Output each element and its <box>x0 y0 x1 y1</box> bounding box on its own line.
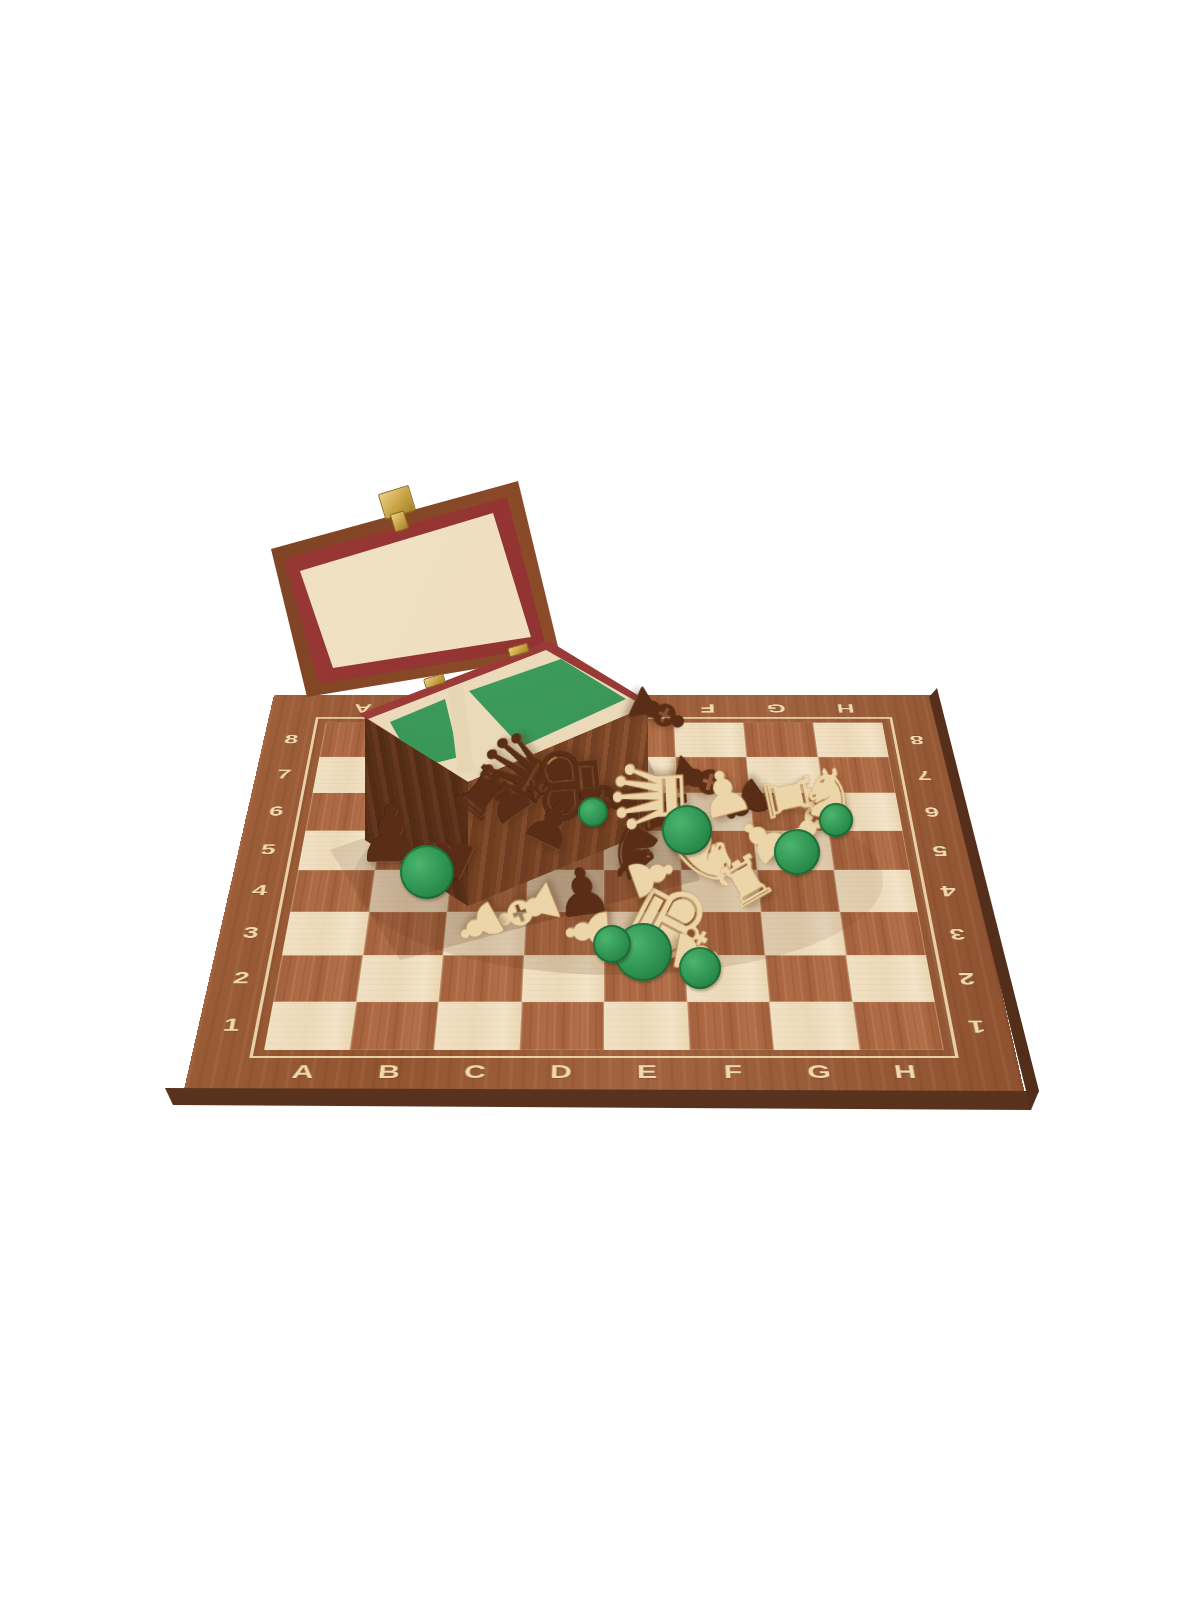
square-b3 <box>362 912 447 956</box>
rank-label: 5 <box>910 830 970 870</box>
square-a3 <box>282 912 369 956</box>
file-label: F <box>672 698 742 719</box>
square-b7 <box>385 757 461 793</box>
square-b1 <box>349 1001 439 1050</box>
square-g1 <box>769 1001 859 1050</box>
square-f4 <box>681 870 761 912</box>
file-label: D <box>517 1055 604 1088</box>
brass-hasp-icon <box>390 510 410 533</box>
square-d2 <box>521 955 604 1001</box>
square-e7 <box>604 757 677 793</box>
square-e3 <box>604 912 685 956</box>
rank-label: 4 <box>229 870 290 912</box>
file-label: A <box>326 698 398 719</box>
square-a2 <box>273 955 362 1001</box>
square-e5 <box>604 830 681 870</box>
file-label: F <box>689 1055 777 1088</box>
file-label: H <box>860 1055 952 1088</box>
square-g5 <box>753 830 833 870</box>
square-a5 <box>298 830 380 870</box>
square-f3 <box>682 912 765 956</box>
square-f7 <box>675 757 750 793</box>
file-label: D <box>535 698 604 719</box>
square-c8 <box>462 723 535 757</box>
square-g8 <box>743 723 817 757</box>
file-label: C <box>430 1055 518 1088</box>
square-f2 <box>685 955 770 1001</box>
square-d4 <box>526 870 604 912</box>
square-c5 <box>451 830 529 870</box>
square-f6 <box>677 793 753 831</box>
square-b5 <box>375 830 455 870</box>
square-g6 <box>750 793 828 831</box>
square-f1 <box>687 1001 774 1050</box>
square-h4 <box>834 870 918 912</box>
square-a1 <box>264 1001 356 1050</box>
square-e8 <box>604 723 675 757</box>
rank-label: 7 <box>896 757 952 793</box>
file-label: E <box>604 1055 691 1088</box>
rank-label: 7 <box>255 757 311 793</box>
rank-label: 6 <box>247 793 305 831</box>
square-h2 <box>846 955 935 1001</box>
square-b2 <box>356 955 443 1001</box>
square-h3 <box>839 912 926 956</box>
square-b6 <box>380 793 458 831</box>
file-label: G <box>741 698 812 719</box>
square-d5 <box>528 830 605 870</box>
brass-latch-icon <box>378 485 416 520</box>
square-h7 <box>818 757 896 793</box>
rank-label: 5 <box>238 830 298 870</box>
square-a8 <box>319 723 395 757</box>
square-c1 <box>434 1001 521 1050</box>
brass-hinge-icon <box>423 673 446 688</box>
square-e4 <box>604 870 682 912</box>
board-squares <box>264 723 944 1051</box>
square-h1 <box>852 1001 944 1050</box>
rank-label: 8 <box>263 723 318 757</box>
square-c2 <box>439 955 524 1001</box>
square-f5 <box>679 830 757 870</box>
square-g7 <box>746 757 822 793</box>
square-d1 <box>519 1001 604 1050</box>
file-label: B <box>344 1055 434 1088</box>
square-h6 <box>823 793 903 831</box>
file-label: B <box>396 698 467 719</box>
square-a6 <box>305 793 385 831</box>
chessboard: ABCDEFGH ABCDEFGH 87654321 87654321 <box>183 695 1025 1093</box>
file-labels-far: ABCDEFGH <box>326 698 881 719</box>
square-d3 <box>523 912 604 956</box>
square-g4 <box>757 870 839 912</box>
file-label: H <box>809 698 881 719</box>
square-b4 <box>369 870 451 912</box>
brass-hinge-icon <box>507 642 530 657</box>
rank-label: 3 <box>926 912 989 956</box>
file-label: C <box>465 698 535 719</box>
square-g3 <box>761 912 846 956</box>
rank-label: 2 <box>934 955 999 1001</box>
square-a4 <box>290 870 374 912</box>
rank-label: 4 <box>918 870 979 912</box>
rank-label: 1 <box>943 1001 1010 1050</box>
rank-label: 1 <box>197 1001 264 1050</box>
square-h5 <box>828 830 910 870</box>
square-a7 <box>313 757 391 793</box>
square-e1 <box>604 1001 689 1050</box>
rank-label: 6 <box>903 793 961 831</box>
square-d8 <box>533 723 604 757</box>
rank-label: 2 <box>208 955 273 1001</box>
square-e2 <box>604 955 687 1001</box>
square-e6 <box>604 793 679 831</box>
square-b8 <box>390 723 464 757</box>
square-c7 <box>458 757 533 793</box>
square-c3 <box>443 912 526 956</box>
file-label: A <box>257 1055 349 1088</box>
rank-label: 8 <box>890 723 945 757</box>
file-label: E <box>604 698 673 719</box>
file-label: G <box>774 1055 864 1088</box>
square-h8 <box>813 723 889 757</box>
rank-label: 3 <box>219 912 282 956</box>
square-d6 <box>529 793 604 831</box>
square-d7 <box>531 757 604 793</box>
square-g2 <box>765 955 852 1001</box>
square-f8 <box>674 723 747 757</box>
square-c4 <box>447 870 527 912</box>
product-photo-scene: ABCDEFGH ABCDEFGH 87654321 87654321 ♟♟♛♚… <box>0 0 1200 1600</box>
square-c6 <box>455 793 531 831</box>
file-labels-near: ABCDEFGH <box>257 1055 951 1088</box>
